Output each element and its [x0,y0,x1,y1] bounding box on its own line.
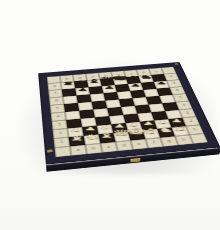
border-cell: 2 [53,128,69,138]
square-g3 [151,111,168,120]
border-cell [55,146,72,157]
coordinate-label: f [145,138,163,149]
coordinate-label: g [160,136,178,147]
square-c2 [97,124,114,134]
coordinate-label: a [70,145,87,156]
square-d2 [111,123,128,133]
square-b2 [82,126,98,136]
chess-board: abcdefgh8877665544332211abcdefgh ♜♞♝♛♚♝♞… [47,67,208,158]
square-a3 [66,119,82,129]
square-b4 [79,109,95,118]
border-cell: g [160,136,178,147]
border-cell: 4 [51,112,66,121]
coordinate-label: 3 [52,120,68,130]
square-f3 [137,112,154,121]
border-cell: a [70,145,87,156]
border-cell: 4 [176,101,193,110]
coordinate-label: 2 [53,128,69,138]
board-3d-scene: abcdefgh8877665544332211abcdefgh ♜♞♝♛♚♝♞… [0,0,220,230]
square-e2 [126,122,143,132]
square-g2 [154,119,171,129]
square-e1 [128,130,145,140]
square-d4 [107,107,123,116]
square-c1 [98,133,115,143]
square-e4 [121,106,137,115]
square-f2 [140,120,157,130]
chess-set-product-photo[interactable]: abcdefgh8877665544332211abcdefgh ♜♞♝♛♚♝♞… [0,0,220,230]
coordinate-label: 4 [176,101,193,110]
border-cell: e [130,139,148,150]
border-cell: c [100,142,117,153]
square-a5 [64,103,79,112]
square-b3 [81,117,97,127]
square-h2 [168,118,186,128]
coordinate-label: c [100,142,117,153]
brass-latch [130,158,140,162]
border-cell: 3 [52,120,68,130]
square-e3 [123,114,140,123]
border-cell: f [145,138,163,149]
square-h1 [171,126,189,136]
square-a2 [67,127,83,137]
coordinate-label: 4 [51,112,66,121]
coordinate-label: e [130,139,148,150]
